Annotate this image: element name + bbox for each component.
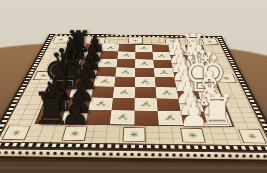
chess-photo-scene: ✳✳✳✳✳✳✳✳✳✳✳✳ ♜♟♟♜♞♟♟♞♝♟♟♝♛♟♟♛♚♟♟♚♝♟♟♝♞♟♟… [0,0,267,173]
black-pawn[interactable]: ♟ [60,96,90,130]
pieces-layer: ♜♟♟♜♞♟♟♞♝♟♟♝♛♟♟♛♚♟♟♚♝♟♟♝♞♟♟♞♜♟♟♜ [0,0,267,173]
white-rook[interactable]: ♜ [198,89,238,133]
